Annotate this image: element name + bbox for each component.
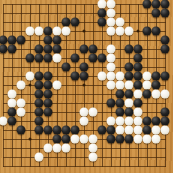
white-stone <box>44 144 53 153</box>
white-stone <box>107 63 116 72</box>
black-stone <box>71 54 80 63</box>
black-stone <box>62 135 71 144</box>
white-stone <box>116 126 125 135</box>
black-stone <box>80 45 89 54</box>
black-stone <box>8 45 17 54</box>
black-stone <box>89 45 98 54</box>
white-stone <box>89 144 98 153</box>
white-stone <box>107 45 116 54</box>
black-stone <box>107 135 116 144</box>
white-stone <box>53 144 62 153</box>
white-stone <box>89 135 98 144</box>
black-stone <box>89 54 98 63</box>
white-stone <box>26 72 35 81</box>
black-stone <box>35 54 44 63</box>
black-stone <box>44 54 53 63</box>
black-stone <box>71 18 80 27</box>
black-stone <box>53 126 62 135</box>
white-stone <box>53 54 62 63</box>
black-stone <box>134 81 143 90</box>
white-stone <box>80 108 89 117</box>
white-stone <box>161 126 170 135</box>
white-stone <box>62 27 71 36</box>
white-stone <box>98 0 107 9</box>
black-stone <box>134 45 143 54</box>
hoshi-point <box>83 30 86 33</box>
black-stone <box>71 126 80 135</box>
white-stone <box>152 90 161 99</box>
white-stone <box>107 9 116 18</box>
black-stone <box>62 18 71 27</box>
black-stone <box>35 81 44 90</box>
white-stone <box>26 27 35 36</box>
black-stone <box>107 126 116 135</box>
black-stone <box>134 54 143 63</box>
white-stone <box>116 117 125 126</box>
black-stone <box>161 9 170 18</box>
black-stone <box>161 0 170 9</box>
black-stone <box>143 117 152 126</box>
white-stone <box>116 27 125 36</box>
white-stone <box>161 90 170 99</box>
black-stone <box>35 99 44 108</box>
white-stone <box>107 81 116 90</box>
black-stone <box>26 54 35 63</box>
white-stone <box>53 27 62 36</box>
white-stone <box>134 135 143 144</box>
black-stone <box>44 126 53 135</box>
black-stone <box>98 126 107 135</box>
white-stone <box>35 27 44 36</box>
black-stone <box>8 117 17 126</box>
white-stone <box>107 117 116 126</box>
black-stone <box>80 72 89 81</box>
white-stone <box>134 90 143 99</box>
grid-line-horizontal <box>3 148 166 149</box>
white-stone <box>125 117 134 126</box>
white-stone <box>107 54 116 63</box>
black-stone <box>62 126 71 135</box>
black-stone <box>152 27 161 36</box>
white-stone <box>143 81 152 90</box>
grid-line-horizontal <box>3 166 166 167</box>
black-stone <box>44 36 53 45</box>
black-stone <box>98 9 107 18</box>
white-stone <box>107 18 116 27</box>
black-stone <box>98 54 107 63</box>
white-stone <box>62 144 71 153</box>
black-stone <box>0 36 8 45</box>
black-stone <box>35 126 44 135</box>
go-board-photo <box>0 0 173 173</box>
white-stone <box>125 81 134 90</box>
white-stone <box>125 99 134 108</box>
grid-line-horizontal <box>3 157 166 158</box>
white-stone <box>116 18 125 27</box>
black-stone <box>161 117 170 126</box>
black-stone <box>152 117 161 126</box>
black-stone <box>152 0 161 9</box>
black-stone <box>53 135 62 144</box>
white-stone <box>17 81 26 90</box>
black-stone <box>125 135 134 144</box>
white-stone <box>125 27 134 36</box>
black-stone <box>35 117 44 126</box>
black-stone <box>143 27 152 36</box>
black-stone <box>35 90 44 99</box>
white-stone <box>143 72 152 81</box>
black-stone <box>116 90 125 99</box>
black-stone <box>17 36 26 45</box>
black-stone <box>44 27 53 36</box>
white-stone <box>80 117 89 126</box>
white-stone <box>152 135 161 144</box>
white-stone <box>8 99 17 108</box>
black-stone <box>44 81 53 90</box>
white-stone <box>134 108 143 117</box>
black-stone <box>116 99 125 108</box>
black-stone <box>116 108 125 117</box>
black-stone <box>161 45 170 54</box>
black-stone <box>35 72 44 81</box>
black-stone <box>107 99 116 108</box>
black-stone <box>143 90 152 99</box>
white-stone <box>98 72 107 81</box>
white-stone <box>0 117 8 126</box>
black-stone <box>116 135 125 144</box>
black-stone <box>80 63 89 72</box>
white-stone <box>107 27 116 36</box>
black-stone <box>44 90 53 99</box>
black-stone <box>161 108 170 117</box>
white-stone <box>89 108 98 117</box>
black-stone <box>44 72 53 81</box>
white-stone <box>116 81 125 90</box>
black-stone <box>134 63 143 72</box>
go-board[interactable] <box>0 0 173 173</box>
grid-line-vertical <box>102 4 103 167</box>
black-stone <box>152 72 161 81</box>
hoshi-point <box>83 84 86 87</box>
black-stone <box>143 0 152 9</box>
black-stone <box>44 99 53 108</box>
black-stone <box>0 45 8 54</box>
black-stone <box>17 126 26 135</box>
white-stone <box>89 153 98 162</box>
black-stone <box>125 63 134 72</box>
black-stone <box>125 72 134 81</box>
white-stone <box>134 126 143 135</box>
white-stone <box>71 135 80 144</box>
white-stone <box>107 72 116 81</box>
black-stone <box>35 108 44 117</box>
black-stone <box>44 108 53 117</box>
white-stone <box>134 117 143 126</box>
white-stone <box>125 126 134 135</box>
black-stone <box>35 45 44 54</box>
white-stone <box>143 135 152 144</box>
white-stone <box>53 81 62 90</box>
white-stone <box>116 72 125 81</box>
black-stone <box>134 72 143 81</box>
black-stone <box>161 72 170 81</box>
black-stone <box>8 36 17 45</box>
white-stone <box>107 0 116 9</box>
black-stone <box>152 81 161 90</box>
black-stone <box>161 36 170 45</box>
black-stone <box>53 45 62 54</box>
black-stone <box>125 90 134 99</box>
hoshi-point <box>137 30 140 33</box>
black-stone <box>152 9 161 18</box>
black-stone <box>44 45 53 54</box>
black-stone <box>71 72 80 81</box>
black-stone <box>125 108 134 117</box>
black-stone <box>8 108 17 117</box>
hoshi-point <box>29 84 32 87</box>
white-stone <box>8 90 17 99</box>
black-stone <box>134 99 143 108</box>
white-stone <box>152 126 161 135</box>
black-stone <box>143 126 152 135</box>
black-stone <box>125 45 134 54</box>
white-stone <box>17 99 26 108</box>
black-stone <box>98 18 107 27</box>
white-stone <box>17 108 26 117</box>
white-stone <box>80 135 89 144</box>
black-stone <box>62 63 71 72</box>
black-stone <box>53 36 62 45</box>
hoshi-point <box>29 138 32 141</box>
white-stone <box>35 153 44 162</box>
grid-line-vertical <box>165 4 166 167</box>
